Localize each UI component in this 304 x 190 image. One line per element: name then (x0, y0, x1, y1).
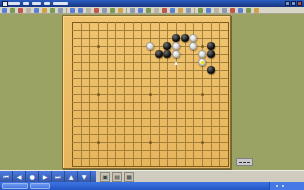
grid-line-horizontal (72, 102, 229, 103)
tool-button[interactable]: ▤ (112, 172, 122, 182)
toolbar-separator (194, 8, 195, 13)
tray-icon (276, 185, 278, 187)
toolbar-icon[interactable] (18, 8, 23, 13)
tool-button[interactable]: ▣ (100, 172, 110, 182)
toolbar-icon[interactable] (138, 8, 143, 13)
application-window: ⏮◀●▶⏭▲▼ ▣▤▦ (0, 0, 304, 190)
white-stone (172, 42, 180, 50)
toolbar-icon[interactable] (42, 8, 47, 13)
grid-line-vertical (228, 22, 229, 167)
readout-text (239, 162, 242, 163)
hoshi-point (149, 93, 152, 96)
black-stone (207, 42, 215, 50)
toolbar-icon[interactable] (246, 8, 251, 13)
black-stone (172, 34, 180, 42)
white-stone (146, 42, 154, 50)
title-text (32, 2, 41, 5)
close-button[interactable] (297, 1, 302, 6)
grid-line-horizontal (72, 134, 229, 135)
title-text (23, 2, 29, 5)
tray-icon (282, 185, 284, 187)
grid-line-horizontal (72, 118, 229, 119)
hoshi-point (97, 45, 100, 48)
hoshi-point (201, 45, 204, 48)
minimize-button[interactable] (285, 1, 290, 6)
grid-line-horizontal (72, 150, 229, 151)
hoshi-point (149, 141, 152, 144)
grid-line-vertical (159, 22, 160, 167)
white-stone (189, 42, 197, 50)
readout-text (247, 162, 250, 163)
hoshi-point (97, 93, 100, 96)
toolbar-icon[interactable] (186, 8, 191, 13)
toolbar-icon[interactable] (70, 8, 75, 13)
toolbar-icon[interactable] (238, 8, 243, 13)
black-stone (181, 34, 189, 42)
toolbar-icon[interactable] (214, 8, 219, 13)
black-stone (163, 42, 171, 50)
navigation-toolbar: ⏮◀●▶⏭▲▼ ▣▤▦ (0, 170, 304, 182)
toolbar-separator (126, 8, 127, 13)
toolbar-icon[interactable] (26, 8, 31, 13)
toolbar-icon[interactable] (86, 8, 91, 13)
toolbar-icon[interactable] (110, 8, 115, 13)
taskbar-window-button[interactable] (30, 183, 50, 189)
tool-button[interactable]: ▦ (124, 172, 134, 182)
toolbar-icon[interactable] (162, 8, 167, 13)
toolbar-separator (66, 8, 67, 13)
title-text (53, 2, 68, 5)
toolbar-icon[interactable] (170, 8, 175, 13)
toolbar-icon[interactable] (130, 8, 135, 13)
toolbar-icon[interactable] (34, 8, 39, 13)
title-text (44, 2, 50, 5)
toolbar-icon[interactable] (254, 8, 259, 13)
toolbar-icon[interactable] (178, 8, 183, 13)
hoshi-point (201, 141, 204, 144)
white-stone (198, 50, 206, 58)
toolbar-icon[interactable] (230, 8, 235, 13)
toolbar-icon[interactable] (50, 8, 55, 13)
toolbar-icon[interactable] (222, 8, 227, 13)
white-stone (189, 34, 197, 42)
toolbar-icon[interactable] (154, 8, 159, 13)
grid-line-vertical (185, 22, 186, 167)
toolbar-icon[interactable] (78, 8, 83, 13)
white-stone (172, 50, 180, 58)
toolbar-icon[interactable] (10, 8, 15, 13)
toolbar-icon[interactable] (206, 8, 211, 13)
black-stone (163, 50, 171, 58)
toolbar-icon[interactable] (102, 8, 107, 13)
grid-line-horizontal (72, 110, 229, 111)
toolbar-icon[interactable] (94, 8, 99, 13)
grid-line-horizontal (72, 126, 229, 127)
toolbar (0, 7, 304, 14)
grid-line-horizontal (72, 158, 229, 159)
toolbar-icon[interactable] (118, 8, 123, 13)
toolbar-icon[interactable] (146, 8, 151, 13)
grid-line-horizontal (72, 166, 229, 167)
taskbar[interactable] (0, 182, 304, 190)
go-board[interactable] (62, 15, 231, 169)
hoshi-point (97, 141, 100, 144)
title-text (8, 2, 20, 5)
maximize-button[interactable] (291, 1, 296, 6)
black-stone (207, 66, 215, 74)
system-tray (269, 182, 304, 190)
black-stone (207, 50, 215, 58)
triangle-marker (174, 61, 178, 65)
toolbar-icon[interactable] (2, 8, 7, 13)
toolbar-icon[interactable] (58, 8, 63, 13)
black-stone (155, 50, 163, 58)
toolbar-icon[interactable] (198, 8, 203, 13)
last-move-marker (201, 61, 204, 64)
hoshi-point (201, 93, 204, 96)
readout-text (243, 162, 246, 163)
grid-line-vertical (219, 22, 220, 167)
info-readout (236, 158, 253, 166)
taskbar-window-button[interactable] (2, 183, 28, 189)
title-bar[interactable] (0, 0, 304, 7)
